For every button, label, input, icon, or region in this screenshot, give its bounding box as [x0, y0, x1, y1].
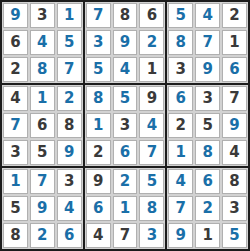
cell-r8c4[interactable]: 6	[86, 196, 111, 221]
sudoku-board: 931645287 786392541 542871396 412768359 …	[0, 0, 250, 251]
cell-r2c4[interactable]: 3	[86, 30, 111, 55]
cell-r5c3[interactable]: 8	[57, 113, 82, 138]
cell-r6c3[interactable]: 9	[57, 140, 82, 165]
cell-r1c3[interactable]: 1	[57, 3, 82, 28]
cell-r3c7[interactable]: 3	[168, 57, 193, 82]
cell-r5c5[interactable]: 3	[113, 113, 138, 138]
cell-r5c9[interactable]: 9	[222, 113, 247, 138]
cell-r5c7[interactable]: 2	[168, 113, 193, 138]
cell-r3c4[interactable]: 5	[86, 57, 111, 82]
cell-r1c1[interactable]: 9	[3, 3, 28, 28]
cell-r6c5[interactable]: 6	[113, 140, 138, 165]
cell-r3c8[interactable]: 9	[195, 57, 220, 82]
cell-r4c3[interactable]: 2	[57, 86, 82, 111]
cell-r7c7[interactable]: 4	[168, 169, 193, 194]
cell-r9c4[interactable]: 4	[86, 223, 111, 248]
cell-r4c8[interactable]: 3	[195, 86, 220, 111]
cell-r8c1[interactable]: 5	[3, 196, 28, 221]
cell-r1c5[interactable]: 8	[113, 3, 138, 28]
cell-r9c2[interactable]: 2	[30, 223, 55, 248]
cell-r9c5[interactable]: 7	[113, 223, 138, 248]
cell-r4c6[interactable]: 9	[139, 86, 164, 111]
cell-r3c5[interactable]: 4	[113, 57, 138, 82]
cell-r5c8[interactable]: 5	[195, 113, 220, 138]
cell-r7c6[interactable]: 5	[139, 169, 164, 194]
cell-r3c2[interactable]: 8	[30, 57, 55, 82]
cell-r5c1[interactable]: 7	[3, 113, 28, 138]
cell-r6c8[interactable]: 8	[195, 140, 220, 165]
cell-r3c3[interactable]: 7	[57, 57, 82, 82]
cell-r5c6[interactable]: 4	[139, 113, 164, 138]
cell-r4c9[interactable]: 7	[222, 86, 247, 111]
cell-r2c2[interactable]: 4	[30, 30, 55, 55]
cell-r8c6[interactable]: 8	[139, 196, 164, 221]
cell-r2c7[interactable]: 8	[168, 30, 193, 55]
cell-r2c3[interactable]: 5	[57, 30, 82, 55]
cell-r8c8[interactable]: 2	[195, 196, 220, 221]
cell-r1c2[interactable]: 3	[30, 3, 55, 28]
cell-r9c1[interactable]: 8	[3, 223, 28, 248]
cell-r8c5[interactable]: 1	[113, 196, 138, 221]
cell-r2c5[interactable]: 9	[113, 30, 138, 55]
cell-r8c7[interactable]: 7	[168, 196, 193, 221]
cell-r4c7[interactable]: 6	[168, 86, 193, 111]
cell-r5c2[interactable]: 6	[30, 113, 55, 138]
cell-r9c7[interactable]: 9	[168, 223, 193, 248]
cell-r7c3[interactable]: 3	[57, 169, 82, 194]
cell-r6c9[interactable]: 4	[222, 140, 247, 165]
cell-r5c4[interactable]: 1	[86, 113, 111, 138]
sudoku-box-1: 786392541	[85, 2, 166, 83]
cell-r9c8[interactable]: 1	[195, 223, 220, 248]
sudoku-box-2: 542871396	[167, 2, 248, 83]
cell-r6c6[interactable]: 7	[139, 140, 164, 165]
cell-r9c6[interactable]: 3	[139, 223, 164, 248]
cell-r4c4[interactable]: 8	[86, 86, 111, 111]
sudoku-box-3: 412768359	[2, 85, 83, 166]
cell-r2c1[interactable]: 6	[3, 30, 28, 55]
sudoku-box-0: 931645287	[2, 2, 83, 83]
cell-r9c9[interactable]: 5	[222, 223, 247, 248]
sudoku-box-6: 173594826	[2, 168, 83, 249]
cell-r6c1[interactable]: 3	[3, 140, 28, 165]
cell-r8c9[interactable]: 3	[222, 196, 247, 221]
cell-r7c1[interactable]: 1	[3, 169, 28, 194]
cell-r1c6[interactable]: 6	[139, 3, 164, 28]
cell-r6c4[interactable]: 2	[86, 140, 111, 165]
cell-r3c1[interactable]: 2	[3, 57, 28, 82]
sudoku-box-5: 637259184	[167, 85, 248, 166]
cell-r8c2[interactable]: 9	[30, 196, 55, 221]
sudoku-box-8: 468723915	[167, 168, 248, 249]
cell-r1c4[interactable]: 7	[86, 3, 111, 28]
cell-r1c7[interactable]: 5	[168, 3, 193, 28]
cell-r2c8[interactable]: 7	[195, 30, 220, 55]
cell-r4c2[interactable]: 1	[30, 86, 55, 111]
cell-r7c2[interactable]: 7	[30, 169, 55, 194]
sudoku-box-4: 859134267	[85, 85, 166, 166]
cell-r7c8[interactable]: 6	[195, 169, 220, 194]
cell-r3c6[interactable]: 1	[139, 57, 164, 82]
cell-r8c3[interactable]: 4	[57, 196, 82, 221]
cell-r1c8[interactable]: 4	[195, 3, 220, 28]
cell-r6c7[interactable]: 1	[168, 140, 193, 165]
cell-r7c4[interactable]: 9	[86, 169, 111, 194]
cell-r2c6[interactable]: 2	[139, 30, 164, 55]
cell-r2c9[interactable]: 1	[222, 30, 247, 55]
cell-r7c5[interactable]: 2	[113, 169, 138, 194]
cell-r4c1[interactable]: 4	[3, 86, 28, 111]
sudoku-box-7: 925618473	[85, 168, 166, 249]
cell-r7c9[interactable]: 8	[222, 169, 247, 194]
cell-r9c3[interactable]: 6	[57, 223, 82, 248]
cell-r3c9[interactable]: 6	[222, 57, 247, 82]
cell-r6c2[interactable]: 5	[30, 140, 55, 165]
cell-r4c5[interactable]: 5	[113, 86, 138, 111]
cell-r1c9[interactable]: 2	[222, 3, 247, 28]
